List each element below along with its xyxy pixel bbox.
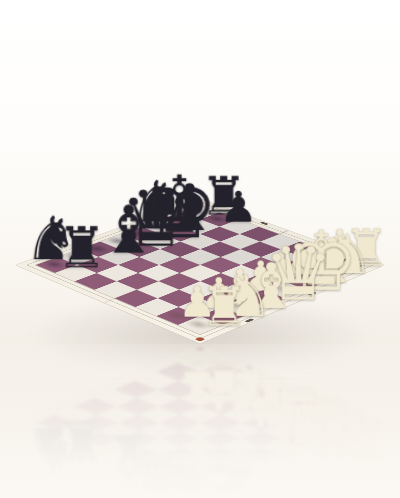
chess-board: ♜♟♟♜♞♟♞♝♟♝♚♟♚♛♟♛♝♟♝♞♟♞♜♟♜ xyxy=(16,199,384,344)
board-clasp-icon xyxy=(260,222,269,225)
reflection: ♜♟♟♜♞♟♞♝♟♝♚♟♚♛♟♛♝♟♝♞♟♞♜♟♜ xyxy=(0,344,400,498)
board-latch-icon xyxy=(195,337,206,342)
reflection-fade xyxy=(0,344,400,498)
photo-stage: ♜♟♟♜♞♟♞♝♟♝♚♟♚♛♟♛♝♟♝♞♟♞♜♟♜ ♜♟♟♜♞♟♞♝♟♝♚♟♚♛… xyxy=(0,0,400,498)
board-squares: ♜♟♟♜♞♟♞♝♟♝♚♟♚♛♟♛♝♟♝♞♟♞♜♟♜ xyxy=(36,205,364,334)
